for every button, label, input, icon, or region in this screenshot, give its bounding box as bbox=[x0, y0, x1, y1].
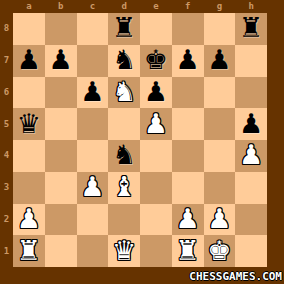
square-h4: ♟ bbox=[235, 140, 267, 172]
square-f7: ♟ bbox=[172, 45, 204, 77]
piece-black-queen-a5: ♛ bbox=[17, 110, 41, 137]
piece-white-bishop-d3: ♝ bbox=[112, 173, 136, 200]
square-e3 bbox=[140, 172, 172, 204]
piece-white-king-g1: ♚ bbox=[207, 237, 231, 264]
square-d5 bbox=[108, 108, 140, 140]
square-g1: ♚ bbox=[204, 235, 236, 267]
rank-label-7: 7 bbox=[0, 45, 13, 77]
piece-black-pawn-a7: ♟ bbox=[17, 46, 41, 73]
square-h8: ♜ bbox=[235, 13, 267, 45]
square-b3 bbox=[45, 172, 77, 204]
piece-white-rook-f1: ♜ bbox=[176, 237, 200, 264]
square-e6: ♟ bbox=[140, 77, 172, 109]
piece-black-pawn-e6: ♟ bbox=[144, 78, 168, 105]
file-label-h: h bbox=[235, 0, 267, 13]
piece-white-knight-d6: ♞ bbox=[112, 78, 136, 105]
piece-black-knight-d4: ♞ bbox=[112, 141, 136, 168]
piece-black-pawn-c6: ♟ bbox=[80, 78, 104, 105]
watermark-chessgames: CHESSGAMES.COM bbox=[189, 270, 282, 283]
file-labels: abcdefgh bbox=[13, 0, 267, 13]
rank-label-5: 5 bbox=[0, 108, 13, 140]
square-g6 bbox=[204, 77, 236, 109]
square-f3 bbox=[172, 172, 204, 204]
chess-board: ♜♜♟♟♞♚♟♟♟♞♟♛♟♟♞♟♟♝♟♟♟♜♛♜♚ bbox=[13, 13, 267, 267]
square-f4 bbox=[172, 140, 204, 172]
square-e8 bbox=[140, 13, 172, 45]
square-f1: ♜ bbox=[172, 235, 204, 267]
square-e4 bbox=[140, 140, 172, 172]
piece-white-pawn-h4: ♟ bbox=[239, 141, 263, 168]
square-e5: ♟ bbox=[140, 108, 172, 140]
square-c1 bbox=[77, 235, 109, 267]
square-b6 bbox=[45, 77, 77, 109]
square-g5 bbox=[204, 108, 236, 140]
square-b8 bbox=[45, 13, 77, 45]
file-label-e: e bbox=[140, 0, 172, 13]
square-a3 bbox=[13, 172, 45, 204]
rank-labels: 87654321 bbox=[0, 13, 13, 267]
square-g8 bbox=[204, 13, 236, 45]
rank-label-6: 6 bbox=[0, 77, 13, 109]
square-e2 bbox=[140, 204, 172, 236]
square-d4: ♞ bbox=[108, 140, 140, 172]
square-a2: ♟ bbox=[13, 204, 45, 236]
piece-white-rook-a1: ♜ bbox=[17, 237, 41, 264]
piece-black-pawn-g7: ♟ bbox=[207, 46, 231, 73]
square-d3: ♝ bbox=[108, 172, 140, 204]
square-c5 bbox=[77, 108, 109, 140]
square-f2: ♟ bbox=[172, 204, 204, 236]
square-h3 bbox=[235, 172, 267, 204]
piece-white-pawn-c3: ♟ bbox=[80, 173, 104, 200]
square-b7: ♟ bbox=[45, 45, 77, 77]
piece-black-knight-d7: ♞ bbox=[112, 46, 136, 73]
piece-white-pawn-g2: ♟ bbox=[207, 205, 231, 232]
file-label-a: a bbox=[13, 0, 45, 13]
square-b2 bbox=[45, 204, 77, 236]
square-d8: ♜ bbox=[108, 13, 140, 45]
rank-label-3: 3 bbox=[0, 172, 13, 204]
piece-white-pawn-e5: ♟ bbox=[144, 110, 168, 137]
piece-black-rook-d8: ♜ bbox=[112, 14, 136, 41]
square-h7 bbox=[235, 45, 267, 77]
square-a1: ♜ bbox=[13, 235, 45, 267]
chess-board-frame: abcdefgh 87654321 ♜♜♟♟♞♚♟♟♟♞♟♛♟♟♞♟♟♝♟♟♟♜… bbox=[0, 0, 284, 284]
square-a8 bbox=[13, 13, 45, 45]
square-h6 bbox=[235, 77, 267, 109]
square-d7: ♞ bbox=[108, 45, 140, 77]
file-label-g: g bbox=[204, 0, 236, 13]
file-label-b: b bbox=[45, 0, 77, 13]
square-h2 bbox=[235, 204, 267, 236]
square-d2 bbox=[108, 204, 140, 236]
file-label-f: f bbox=[172, 0, 204, 13]
square-a6 bbox=[13, 77, 45, 109]
rank-label-1: 1 bbox=[0, 235, 13, 267]
square-g4 bbox=[204, 140, 236, 172]
square-b4 bbox=[45, 140, 77, 172]
square-b5 bbox=[45, 108, 77, 140]
square-f6 bbox=[172, 77, 204, 109]
piece-white-pawn-a2: ♟ bbox=[17, 205, 41, 232]
file-label-c: c bbox=[77, 0, 109, 13]
piece-black-pawn-f7: ♟ bbox=[176, 46, 200, 73]
piece-black-rook-h8: ♜ bbox=[239, 14, 263, 41]
square-f5 bbox=[172, 108, 204, 140]
square-g7: ♟ bbox=[204, 45, 236, 77]
rank-label-4: 4 bbox=[0, 140, 13, 172]
square-c3: ♟ bbox=[77, 172, 109, 204]
square-a5: ♛ bbox=[13, 108, 45, 140]
square-e7: ♚ bbox=[140, 45, 172, 77]
square-f8 bbox=[172, 13, 204, 45]
square-e1 bbox=[140, 235, 172, 267]
piece-white-pawn-f2: ♟ bbox=[176, 205, 200, 232]
file-label-d: d bbox=[108, 0, 140, 13]
square-c6: ♟ bbox=[77, 77, 109, 109]
square-d1: ♛ bbox=[108, 235, 140, 267]
square-c4 bbox=[77, 140, 109, 172]
square-h5: ♟ bbox=[235, 108, 267, 140]
square-c2 bbox=[77, 204, 109, 236]
rank-label-2: 2 bbox=[0, 204, 13, 236]
piece-black-pawn-h5: ♟ bbox=[239, 110, 263, 137]
square-a4 bbox=[13, 140, 45, 172]
square-a7: ♟ bbox=[13, 45, 45, 77]
piece-black-king-e7: ♚ bbox=[144, 46, 168, 73]
square-b1 bbox=[45, 235, 77, 267]
piece-white-queen-d1: ♛ bbox=[112, 237, 136, 264]
square-c7 bbox=[77, 45, 109, 77]
square-c8 bbox=[77, 13, 109, 45]
square-h1 bbox=[235, 235, 267, 267]
square-g2: ♟ bbox=[204, 204, 236, 236]
rank-label-8: 8 bbox=[0, 13, 13, 45]
piece-black-pawn-b7: ♟ bbox=[49, 46, 73, 73]
square-g3 bbox=[204, 172, 236, 204]
square-d6: ♞ bbox=[108, 77, 140, 109]
